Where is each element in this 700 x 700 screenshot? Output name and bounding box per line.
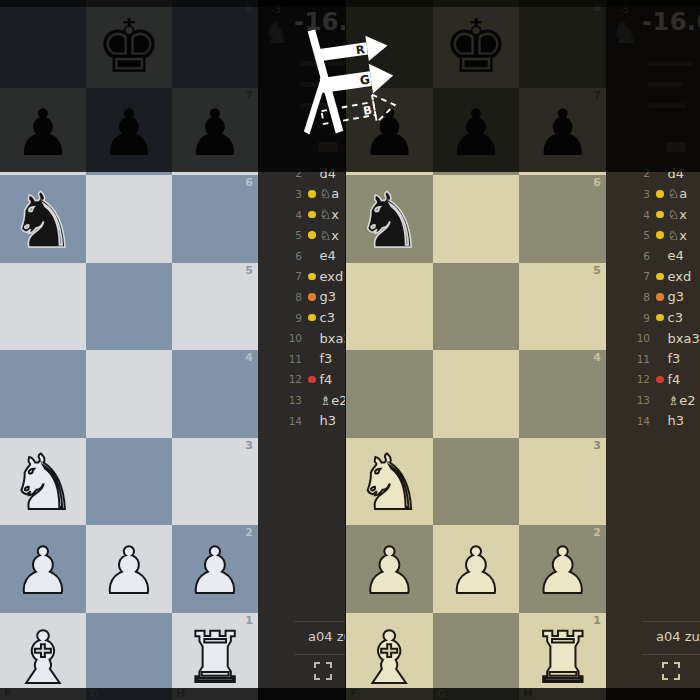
move-row-14[interactable]: 14h3 — [258, 410, 345, 431]
engine-depth-chip — [318, 142, 338, 152]
move-text: bxa3 — [668, 331, 700, 346]
square-h5[interactable]: 5 — [519, 263, 606, 351]
fullscreen-button[interactable] — [314, 662, 332, 680]
square-h7[interactable]: 7♟ — [519, 88, 606, 176]
move-text: f4 — [668, 372, 681, 387]
rank-label-6: 6 — [593, 177, 601, 188]
square-f7[interactable]: ♟ — [346, 88, 433, 176]
square-h8[interactable]: 8 — [172, 0, 258, 88]
move-text: e4 — [668, 248, 684, 263]
piece-bP-g7: ♟ — [100, 101, 157, 165]
move-number: 2 — [606, 167, 650, 179]
rank-label-4: 4 — [593, 352, 601, 363]
move-row-2[interactable]: 2d4 — [258, 163, 345, 184]
move-quality-dot-yellow — [656, 314, 664, 322]
engine-line-bar — [648, 103, 686, 108]
rank-label-8: 8 — [245, 2, 253, 13]
file-label-g: G — [90, 688, 99, 699]
move-number: 10 — [606, 332, 650, 344]
square-g2[interactable]: ♟ — [86, 525, 172, 613]
square-g4[interactable] — [86, 350, 172, 438]
move-quality-dot-red — [308, 376, 316, 384]
analysis-panel-left: -3 ♞ -16.6 2d43♘a4♘x5♘x6e47exd8g39c310bx… — [258, 0, 345, 700]
move-text: ♗e2 — [320, 393, 346, 408]
move-text: exd — [320, 269, 344, 284]
move-row-9[interactable]: 9c3 — [606, 307, 700, 328]
piece-bP-f7: ♟ — [361, 101, 418, 165]
move-text: g3 — [320, 289, 337, 304]
divider — [642, 621, 700, 622]
divider — [642, 654, 700, 655]
square-g2[interactable]: ♟ — [433, 525, 520, 613]
square-g5[interactable] — [86, 263, 172, 351]
square-f5[interactable] — [0, 263, 86, 351]
move-number: 12 — [258, 373, 302, 385]
piece-bP-h7: ♟ — [186, 101, 243, 165]
divider — [294, 621, 345, 622]
square-g6[interactable] — [433, 175, 520, 263]
move-row-8[interactable]: 8g3 — [606, 287, 700, 308]
move-text: c3 — [668, 310, 683, 325]
square-h2[interactable]: 2♟ — [172, 525, 258, 613]
square-f2[interactable]: ♟ — [0, 525, 86, 613]
move-quality-dot-yellow — [308, 314, 316, 322]
move-text: e4 — [320, 248, 336, 263]
move-text: c3 — [320, 310, 335, 325]
move-number: 11 — [606, 353, 650, 365]
move-number: 6 — [606, 250, 650, 262]
piece-wN-f3: ♞ — [355, 445, 423, 521]
square-h4[interactable]: 4 — [519, 350, 606, 438]
engine-line-bar — [300, 103, 338, 108]
move-number: 3 — [606, 188, 650, 200]
square-f3[interactable]: ♞ — [346, 438, 433, 526]
move-number: 9 — [606, 312, 650, 324]
move-row-6[interactable]: 6e4 — [258, 245, 345, 266]
move-text: ♘x — [320, 228, 339, 243]
move-quality-dot-orange — [308, 293, 316, 301]
square-f1[interactable]: F♝ — [0, 613, 86, 700]
move-row-5[interactable]: 5♘x — [258, 225, 345, 246]
piece-wP-h2: ♟ — [186, 539, 243, 603]
square-g4[interactable] — [433, 350, 520, 438]
rank-label-7: 7 — [245, 90, 253, 101]
move-number: 12 — [606, 373, 650, 385]
move-row-11[interactable]: 11f3 — [258, 348, 345, 369]
move-text: d4 — [668, 166, 685, 181]
move-number: 13 — [606, 394, 650, 406]
move-number: 13 — [258, 394, 302, 406]
piece-bN-f6: ♞ — [9, 183, 77, 259]
material-badge: -3 — [271, 4, 281, 15]
piece-wP-g2: ♟ — [100, 539, 157, 603]
square-f6[interactable]: ♞ — [0, 175, 86, 263]
move-row-11[interactable]: 11f3 — [606, 348, 700, 369]
engine-line-bar — [300, 61, 345, 66]
fullscreen-icon — [314, 662, 332, 680]
move-number: 5 — [606, 229, 650, 241]
move-number: 4 — [606, 209, 650, 221]
square-f8[interactable] — [346, 0, 433, 88]
move-text: ♗e2 — [668, 393, 696, 408]
piece-wR-h1: ♜ — [531, 623, 594, 693]
move-text: ♘a — [668, 186, 688, 201]
square-g3[interactable] — [433, 438, 520, 526]
move-quality-dot-red — [656, 376, 664, 384]
square-f6[interactable]: ♞ — [346, 175, 433, 263]
square-g5[interactable] — [433, 263, 520, 351]
square-h6[interactable]: 6 — [519, 175, 606, 263]
move-text: d4 — [320, 166, 337, 181]
analysis-panel-right: -3 ♞ -16.6 2d43♘a4♘x5♘x6e47exd8g39c310bx… — [606, 0, 700, 700]
move-row-8[interactable]: 8g3 — [258, 287, 345, 308]
move-number: 2 — [258, 167, 302, 179]
engine-line-bar — [648, 82, 683, 87]
move-number: 9 — [258, 312, 302, 324]
move-text: exd — [668, 269, 692, 284]
move-row-13[interactable]: 13♗e2 — [606, 390, 700, 411]
square-h6[interactable]: 6 — [172, 175, 258, 263]
square-h2[interactable]: 2♟ — [519, 525, 606, 613]
move-row-5[interactable]: 5♘x — [606, 225, 700, 246]
move-quality-dot-yellow — [308, 273, 316, 281]
move-row-4[interactable]: 4♘x — [258, 204, 345, 225]
piece-wP-h2: ♟ — [534, 539, 591, 603]
rank-label-3: 3 — [245, 440, 253, 451]
knight-icon: ♞ — [263, 18, 290, 48]
move-text: ♘x — [668, 207, 687, 222]
rank-label-4: 4 — [245, 352, 253, 363]
move-number: 10 — [258, 332, 302, 344]
move-row-12[interactable]: 12f4 — [606, 369, 700, 390]
piece-bK-g8: ♚ — [443, 9, 509, 83]
square-f1[interactable]: F♝ — [346, 613, 433, 700]
move-text: f3 — [320, 351, 333, 366]
piece-bP-f7: ♟ — [14, 101, 71, 165]
material-badge: -3 — [619, 4, 629, 15]
square-h4[interactable]: 4 — [172, 350, 258, 438]
piece-wP-f2: ♟ — [361, 539, 418, 603]
move-text: g3 — [668, 289, 685, 304]
square-f7[interactable]: ♟ — [0, 88, 86, 176]
move-number: 5 — [258, 229, 302, 241]
square-h3[interactable]: 3 — [172, 438, 258, 526]
move-row-3[interactable]: 3♘a — [258, 184, 345, 205]
square-h1[interactable]: 1H♜ — [519, 613, 606, 700]
rank-label-6: 6 — [245, 177, 253, 188]
move-number: 8 — [606, 291, 650, 303]
piece-bP-h7: ♟ — [534, 101, 591, 165]
square-h7[interactable]: 7♟ — [172, 88, 258, 176]
fullscreen-button[interactable] — [662, 662, 680, 680]
rank-label-7: 7 — [593, 90, 601, 101]
move-number: 8 — [258, 291, 302, 303]
piece-wP-f2: ♟ — [14, 539, 71, 603]
move-text: ♘x — [320, 207, 339, 222]
move-number: 6 — [258, 250, 302, 262]
move-number: 14 — [258, 415, 302, 427]
engine-line-bar — [300, 82, 335, 87]
square-h5[interactable]: 5 — [172, 263, 258, 351]
move-row-9[interactable]: 9c3 — [258, 307, 345, 328]
move-row-12[interactable]: 12f4 — [258, 369, 345, 390]
chess-board-right: ♚8♟♟7♟♞654♞3♟♟2♟F♝G1H♜ — [346, 0, 606, 700]
move-number: 14 — [606, 415, 650, 427]
piece-bN-f6: ♞ — [355, 183, 423, 259]
square-f3[interactable]: ♞ — [0, 438, 86, 526]
square-g6[interactable] — [86, 175, 172, 263]
engine-evaluation: -16.6 — [642, 8, 700, 36]
square-g1[interactable]: G — [433, 613, 520, 700]
engine-depth-chip — [666, 142, 686, 152]
move-quality-dot-yellow — [308, 211, 316, 219]
rank-label-1: 1 — [593, 615, 601, 626]
move-text: f4 — [320, 372, 333, 387]
square-f2[interactable]: ♟ — [346, 525, 433, 613]
square-f5[interactable] — [346, 263, 433, 351]
piece-wB-f1: ♝ — [357, 622, 422, 694]
screenshot-root: ♚8♟♟7♟♞654♞3♟♟2♟F♝G1H♜ -3 ♞ -16.6 2d43♘a… — [0, 0, 700, 700]
rank-label-2: 2 — [245, 527, 253, 538]
move-row-7[interactable]: 7exd — [606, 266, 700, 287]
move-number: 7 — [258, 270, 302, 282]
move-quality-dot-yellow — [308, 190, 316, 198]
engine-evaluation: -16.6 — [294, 8, 345, 36]
move-number: 4 — [258, 209, 302, 221]
move-text: ♘a — [320, 186, 340, 201]
rank-label-2: 2 — [593, 527, 601, 538]
move-text: bxa3 — [320, 331, 346, 346]
square-f4[interactable] — [0, 350, 86, 438]
square-f8[interactable] — [0, 0, 86, 88]
move-quality-dot-yellow — [308, 231, 316, 239]
move-row-3[interactable]: 3♘a — [606, 184, 700, 205]
move-text: h3 — [668, 413, 685, 428]
rank-label-5: 5 — [593, 265, 601, 276]
move-row-10[interactable]: 10bxa3 — [258, 328, 345, 349]
move-quality-dot-yellow — [656, 231, 664, 239]
move-row-4[interactable]: 4♘x — [606, 204, 700, 225]
file-label-g: G — [437, 688, 446, 699]
move-quality-dot-yellow — [656, 211, 664, 219]
move-row-14[interactable]: 14h3 — [606, 410, 700, 431]
opening-name[interactable]: a04 zuk — [308, 629, 345, 644]
piece-bP-g7: ♟ — [447, 101, 504, 165]
chess-board-left: ♚8♟♟7♟♞654♞3♟♟2♟F♝G1H♜ — [0, 0, 258, 700]
square-h1[interactable]: 1H♜ — [172, 613, 258, 700]
move-row-2[interactable]: 2d4 — [606, 163, 700, 184]
knight-icon: ♞ — [611, 18, 638, 48]
move-quality-dot-orange — [656, 293, 664, 301]
move-text: ♘x — [668, 228, 687, 243]
engine-line-bar — [648, 61, 693, 66]
rank-label-5: 5 — [245, 265, 253, 276]
move-number: 11 — [258, 353, 302, 365]
move-row-13[interactable]: 13♗e2 — [258, 390, 345, 411]
divider — [294, 654, 345, 655]
fullscreen-icon — [662, 662, 680, 680]
piece-wR-h1: ♜ — [184, 623, 247, 693]
square-h3[interactable]: 3 — [519, 438, 606, 526]
rank-label-1: 1 — [245, 615, 253, 626]
move-row-7[interactable]: 7exd — [258, 266, 345, 287]
move-number: 7 — [606, 270, 650, 282]
opening-name[interactable]: a04 zuk — [656, 629, 700, 644]
square-f4[interactable] — [346, 350, 433, 438]
piece-bK-g8: ♚ — [96, 9, 162, 83]
move-list: 2d43♘a4♘x5♘x6e47exd8g39c310bxa311f312f41… — [258, 163, 345, 431]
square-g8[interactable]: ♚ — [433, 0, 520, 88]
square-g3[interactable] — [86, 438, 172, 526]
square-g7[interactable]: ♟ — [433, 88, 520, 176]
move-quality-dot-yellow — [656, 190, 664, 198]
move-quality-dot-yellow — [656, 273, 664, 281]
piece-wB-f1: ♝ — [11, 622, 76, 694]
move-text: f3 — [668, 351, 681, 366]
piece-wP-g2: ♟ — [447, 539, 504, 603]
move-row-6[interactable]: 6e4 — [606, 245, 700, 266]
move-list: 2d43♘a4♘x5♘x6e47exd8g39c310bxa311f312f41… — [606, 163, 700, 431]
rank-label-8: 8 — [593, 2, 601, 13]
square-g1[interactable]: G — [86, 613, 172, 700]
move-number: 3 — [258, 188, 302, 200]
move-text: h3 — [320, 413, 337, 428]
square-g7[interactable]: ♟ — [86, 88, 172, 176]
move-row-10[interactable]: 10bxa3 — [606, 328, 700, 349]
square-g8[interactable]: ♚ — [86, 0, 172, 88]
square-h8[interactable]: 8 — [519, 0, 606, 88]
piece-wN-f3: ♞ — [9, 445, 77, 521]
rank-label-3: 3 — [593, 440, 601, 451]
